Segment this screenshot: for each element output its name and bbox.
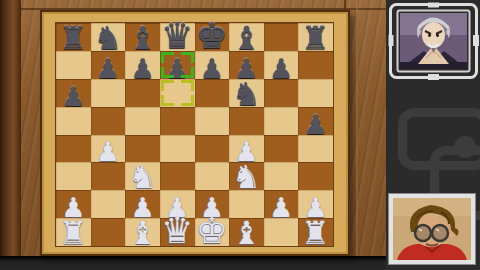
square-e4[interactable] (195, 135, 230, 163)
black-bishop-f8[interactable]: ♝ (232, 22, 261, 54)
black-pawn-e7[interactable]: ♟ (200, 55, 224, 82)
side-panel (386, 0, 480, 270)
white-queen-d1[interactable]: ♛ (161, 213, 193, 249)
square-a4[interactable] (56, 135, 91, 163)
white-pawn-b4[interactable]: ♟ (96, 138, 120, 165)
destination-cursor (161, 95, 174, 106)
square-a1[interactable]: ♜ (56, 218, 91, 246)
square-b7[interactable]: ♟ (91, 51, 126, 79)
square-b8[interactable]: ♞ (91, 23, 126, 51)
square-b3[interactable] (91, 162, 126, 190)
square-d4[interactable] (160, 135, 195, 163)
square-e7[interactable]: ♟ (195, 51, 230, 79)
square-d5[interactable] (160, 107, 195, 135)
square-g1[interactable] (264, 218, 299, 246)
selected-piece-cursor (161, 67, 174, 78)
square-c1[interactable]: ♝ (125, 218, 160, 246)
square-c6[interactable] (125, 79, 160, 107)
square-d3[interactable] (160, 162, 195, 190)
player-portrait-art (393, 198, 471, 260)
square-c8[interactable]: ♝ (125, 23, 160, 51)
square-h4[interactable] (298, 135, 333, 163)
square-a7[interactable] (56, 51, 91, 79)
square-h8[interactable]: ♜ (298, 23, 333, 51)
game-screen: ♜♞♝♛♚♝♜♟♟♟♟♟♟♟♞♟♟♟♞♞♟♟♟♟♟♟♜♝♛♚♝♜ (0, 0, 480, 270)
destination-cursor (161, 80, 174, 91)
white-rook-a1[interactable]: ♜ (59, 217, 88, 249)
square-h3[interactable] (298, 162, 333, 190)
square-b2[interactable] (91, 190, 126, 218)
square-d6[interactable] (160, 79, 195, 107)
selected-piece-cursor (181, 67, 194, 78)
black-rook-a8[interactable]: ♜ (59, 22, 88, 54)
square-h6[interactable] (298, 79, 333, 107)
player-portrait (389, 194, 475, 264)
square-b4[interactable]: ♟ (91, 135, 126, 163)
square-b1[interactable] (91, 218, 126, 246)
square-e1[interactable]: ♚ (195, 218, 230, 246)
white-king-e1[interactable]: ♚ (196, 213, 228, 249)
wood-plank (0, 0, 21, 258)
square-f6[interactable]: ♞ (229, 79, 264, 107)
black-rook-h8[interactable]: ♜ (301, 22, 330, 54)
panel-pattern-dot (454, 136, 476, 158)
black-pawn-h5[interactable]: ♟ (304, 111, 328, 138)
square-d7[interactable]: ♟ (160, 51, 195, 79)
white-bishop-c1[interactable]: ♝ (128, 217, 157, 249)
square-d1[interactable]: ♛ (160, 218, 195, 246)
black-king-e8[interactable]: ♚ (196, 18, 228, 54)
square-a6[interactable]: ♟ (56, 79, 91, 107)
square-g2[interactable]: ♟ (264, 190, 299, 218)
square-h7[interactable] (298, 51, 333, 79)
square-h1[interactable]: ♜ (298, 218, 333, 246)
chess-board[interactable]: ♜♞♝♛♚♝♜♟♟♟♟♟♟♟♞♟♟♟♞♞♟♟♟♟♟♟♜♝♛♚♝♜ (56, 23, 333, 246)
square-d8[interactable]: ♛ (160, 23, 195, 51)
square-c5[interactable] (125, 107, 160, 135)
square-e5[interactable] (195, 107, 230, 135)
white-rook-h1[interactable]: ♜ (301, 217, 330, 249)
table-edge-shadow (0, 256, 390, 270)
square-f5[interactable] (229, 107, 264, 135)
black-pawn-b7[interactable]: ♟ (96, 55, 120, 82)
square-h5[interactable]: ♟ (298, 107, 333, 135)
black-pawn-g7[interactable]: ♟ (269, 55, 293, 82)
square-c3[interactable]: ♞ (125, 162, 160, 190)
square-a5[interactable] (56, 107, 91, 135)
opponent-portrait (388, 2, 480, 81)
wood-seam (356, 0, 358, 258)
square-b5[interactable] (91, 107, 126, 135)
destination-cursor (181, 80, 194, 91)
square-g7[interactable]: ♟ (264, 51, 299, 79)
square-a3[interactable] (56, 162, 91, 190)
square-a8[interactable]: ♜ (56, 23, 91, 51)
square-b6[interactable] (91, 79, 126, 107)
black-knight-f6[interactable]: ♞ (232, 78, 261, 110)
black-pawn-a6[interactable]: ♟ (61, 83, 85, 110)
square-e6[interactable] (195, 79, 230, 107)
white-pawn-g2[interactable]: ♟ (269, 194, 293, 221)
square-e8[interactable]: ♚ (195, 23, 230, 51)
opponent-portrait-art (388, 2, 480, 81)
square-f3[interactable]: ♞ (229, 162, 264, 190)
square-f1[interactable]: ♝ (229, 218, 264, 246)
black-pawn-c7[interactable]: ♟ (130, 55, 154, 82)
square-f8[interactable]: ♝ (229, 23, 264, 51)
square-g6[interactable] (264, 79, 299, 107)
square-g5[interactable] (264, 107, 299, 135)
white-knight-c3[interactable]: ♞ (128, 161, 157, 193)
square-g4[interactable] (264, 135, 299, 163)
white-knight-f3[interactable]: ♞ (232, 161, 261, 193)
black-bishop-c8[interactable]: ♝ (128, 22, 157, 54)
square-g3[interactable] (264, 162, 299, 190)
destination-cursor (181, 95, 194, 106)
square-c7[interactable]: ♟ (125, 51, 160, 79)
white-bishop-f1[interactable]: ♝ (232, 217, 261, 249)
black-knight-b8[interactable]: ♞ (94, 22, 123, 54)
black-queen-d8[interactable]: ♛ (161, 18, 193, 54)
square-e3[interactable] (195, 162, 230, 190)
selected-piece-cursor (181, 52, 194, 63)
selected-piece-cursor (161, 52, 174, 63)
square-g8[interactable] (264, 23, 299, 51)
